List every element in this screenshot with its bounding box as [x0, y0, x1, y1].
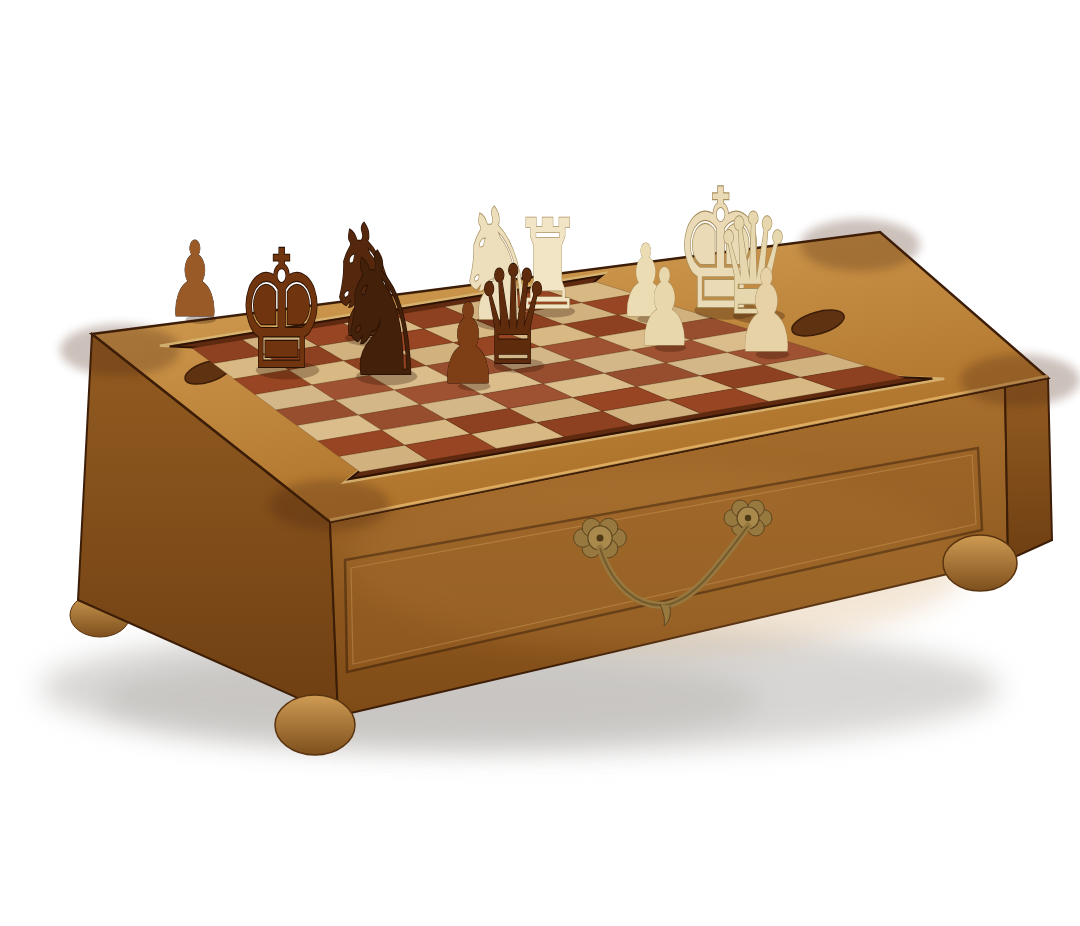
lid-vignette-1: [270, 479, 390, 531]
lid-vignette-2: [960, 354, 1080, 406]
black-pawn-rim-glyph[interactable]: ♟: [166, 220, 224, 340]
bun-foot-front-right: [943, 535, 1017, 591]
white-pawn-h3[interactable]: ♟: [735, 246, 798, 378]
white-pawn-g4-glyph[interactable]: ♟: [635, 245, 694, 370]
white-pawn-h3-glyph[interactable]: ♟: [735, 246, 798, 378]
black-knight-c5[interactable]: ♞: [334, 216, 428, 413]
chess-box-scene: ♚♜♛♟♟♞♞♟♟♛♚♞♟: [0, 0, 1080, 926]
black-pawn-d4-glyph[interactable]: ♟: [437, 280, 499, 410]
black-king-a6-glyph[interactable]: ♚: [236, 216, 327, 406]
chess-box-product-photo: ♚♜♛♟♟♞♞♟♟♛♚♞♟: [0, 0, 1080, 926]
white-pawn-g4[interactable]: ♟: [635, 245, 694, 370]
black-pawn-rim[interactable]: ♟: [166, 220, 224, 340]
black-pawn-d4[interactable]: ♟: [437, 280, 499, 410]
lid-vignette-3: [800, 219, 920, 271]
bun-foot-front-left: [275, 695, 355, 755]
black-knight-c5-glyph[interactable]: ♞: [334, 216, 428, 413]
lid-vignette-0: [60, 324, 180, 376]
black-king-a6[interactable]: ♚: [236, 216, 327, 406]
